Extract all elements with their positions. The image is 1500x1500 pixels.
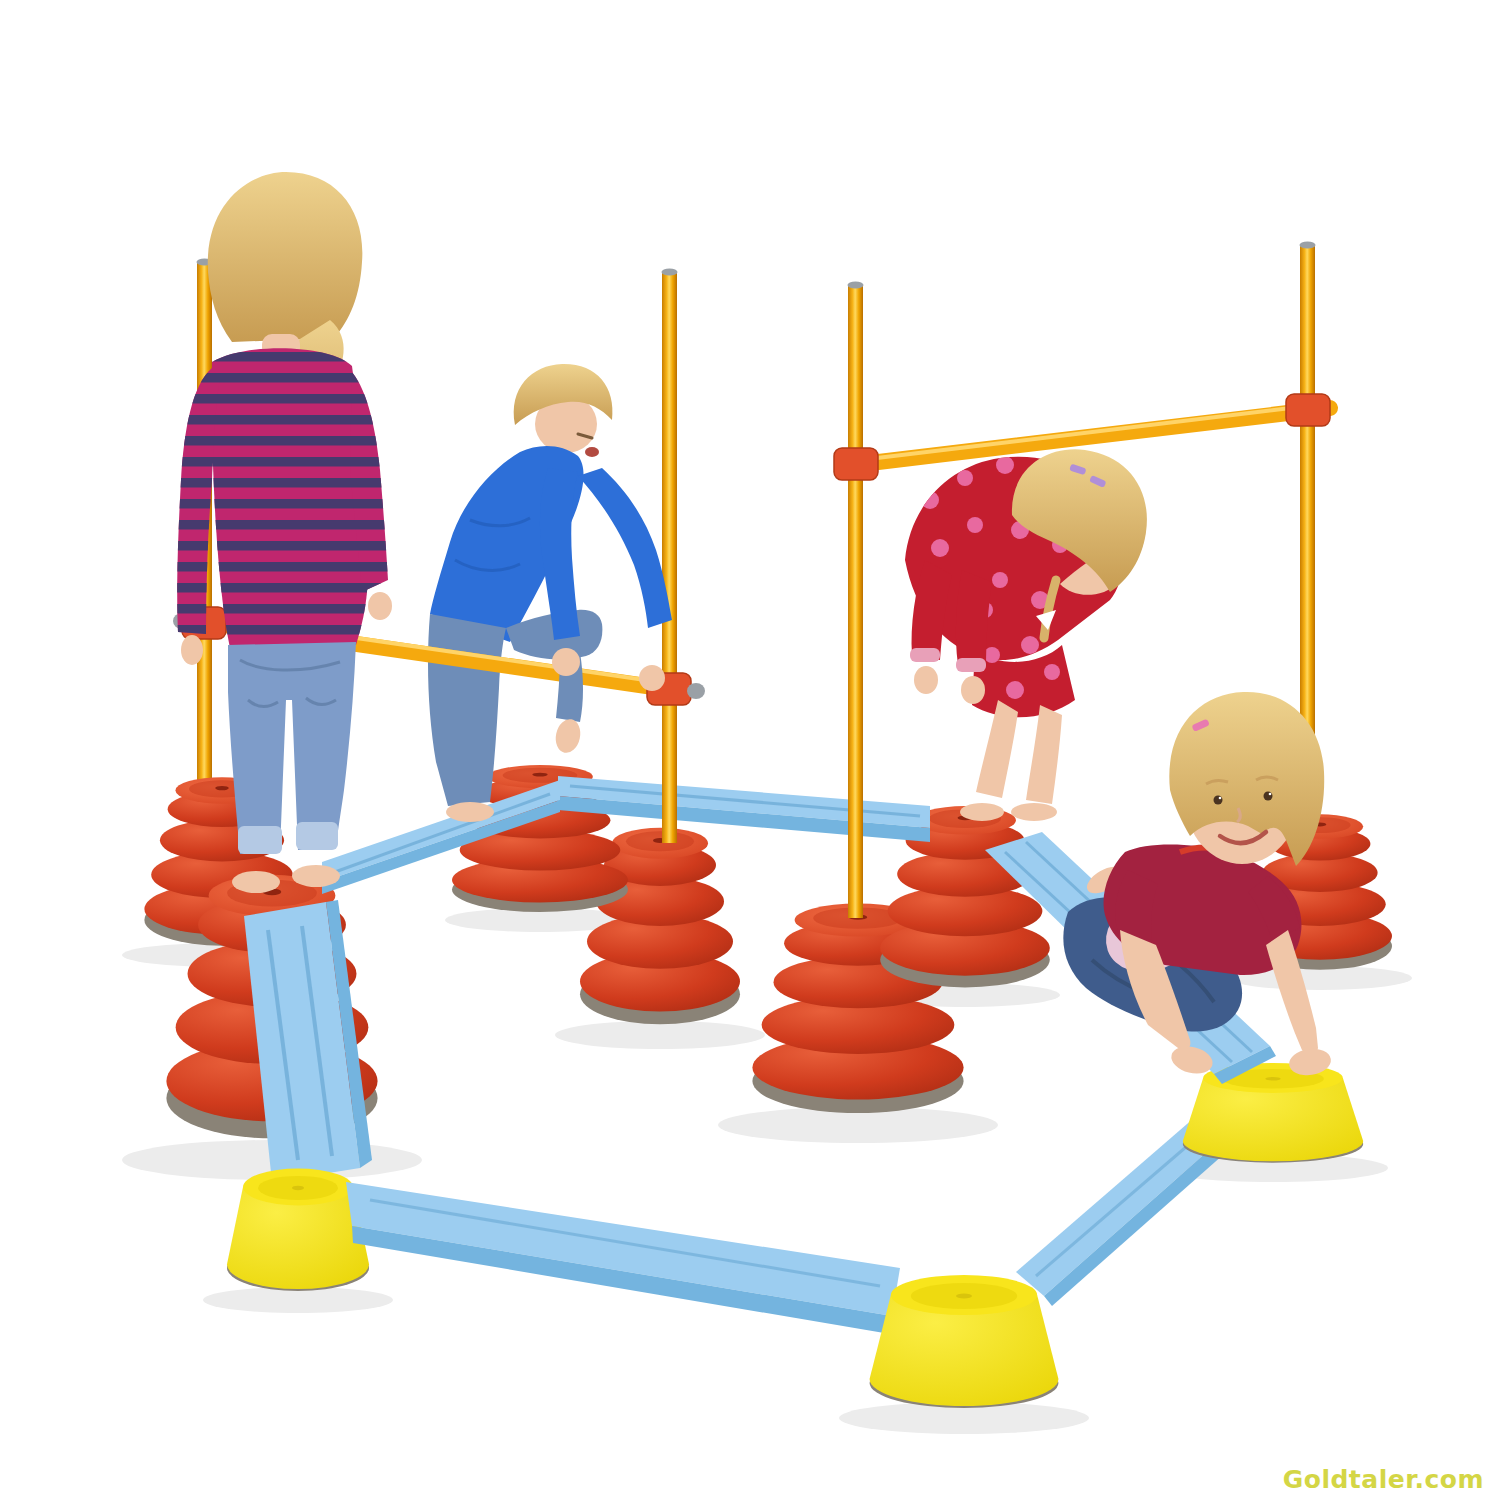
pole-centre-right-front: [848, 700, 863, 918]
girl-striped-right-hand: [368, 592, 392, 620]
balance-course-scene: [0, 0, 1500, 1500]
clamp: [834, 448, 878, 480]
girl-striped-left-foot: [232, 871, 280, 893]
pole-centre-left-front: [662, 700, 677, 843]
plank-centre: [558, 776, 930, 842]
boy-left-foot: [446, 802, 494, 822]
yellow-stone-3: [1183, 1063, 1363, 1163]
child-girl-polkadot: [905, 449, 1147, 821]
plank-bottom: [346, 1182, 900, 1334]
boy-mouth: [585, 447, 599, 457]
eye: [1214, 796, 1223, 805]
product-photo: Goldtaler.com: [0, 0, 1500, 1500]
boy-left-hand: [639, 665, 665, 691]
boy-right-foot: [553, 717, 584, 755]
watermark: Goldtaler.com: [1283, 1465, 1484, 1494]
boy-left-arm: [578, 468, 672, 628]
girl-striped-left-hand: [181, 635, 203, 665]
bar-end-cap: [687, 683, 705, 699]
girl-striped-hair: [208, 172, 363, 342]
plank-downhill-left: [244, 900, 372, 1182]
clamp: [1286, 394, 1330, 426]
girl-striped-jeans: [228, 642, 356, 854]
boy-right-hand: [552, 648, 580, 676]
child-boy-blue: [428, 364, 613, 822]
polkadot-legs: [960, 700, 1062, 821]
eye: [1264, 792, 1273, 801]
crawling-head: [1169, 692, 1324, 866]
yellow-stone-2: [870, 1275, 1059, 1408]
boy-head: [514, 364, 613, 457]
girl-striped-shirt: [160, 348, 400, 648]
girl-striped-right-foot: [292, 865, 340, 887]
